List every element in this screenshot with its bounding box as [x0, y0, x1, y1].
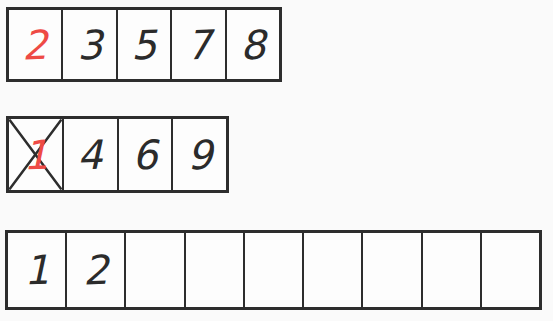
cell-value: 5 — [131, 24, 158, 65]
cell-value: 2 — [22, 24, 49, 65]
cell-value: 1 — [23, 250, 50, 291]
cell-value: 4 — [77, 134, 104, 175]
array-a-row: 2 3 5 7 8 — [6, 7, 282, 82]
array-b-cell-2: 6 — [119, 119, 172, 190]
merge-sort-diagram: 2 3 5 7 8 1 4 6 9 — [0, 0, 553, 321]
merged-cell-4 — [245, 233, 302, 307]
cell-value: 8 — [239, 24, 266, 65]
cell-value: 9 — [186, 134, 213, 175]
array-b-cell-0-crossed: 1 — [9, 119, 62, 190]
merged-cell-7 — [423, 233, 480, 307]
merged-cell-6 — [363, 233, 420, 307]
array-b-row: 1 4 6 9 — [6, 116, 229, 193]
merged-cell-0: 1 — [8, 233, 65, 307]
array-b-cell-3: 9 — [173, 119, 226, 190]
merged-array-row: 1 2 — [5, 230, 542, 310]
merged-cell-3 — [186, 233, 243, 307]
merged-cell-5 — [304, 233, 361, 307]
cell-value: 2 — [82, 250, 109, 291]
cell-value: 6 — [131, 134, 158, 175]
cell-value: 7 — [185, 24, 212, 65]
cell-value: 3 — [76, 24, 103, 65]
array-a-cell-2: 5 — [118, 10, 170, 79]
merged-cell-1: 2 — [67, 233, 124, 307]
array-a-cell-4: 8 — [227, 10, 279, 79]
merged-cell-2 — [126, 233, 183, 307]
array-a-cell-1: 3 — [63, 10, 115, 79]
array-b-cell-1: 4 — [64, 119, 117, 190]
array-a-cell-0: 2 — [9, 10, 61, 79]
array-a-cell-3: 7 — [172, 10, 224, 79]
merged-cell-8 — [482, 233, 539, 307]
cell-value: 1 — [22, 134, 49, 175]
